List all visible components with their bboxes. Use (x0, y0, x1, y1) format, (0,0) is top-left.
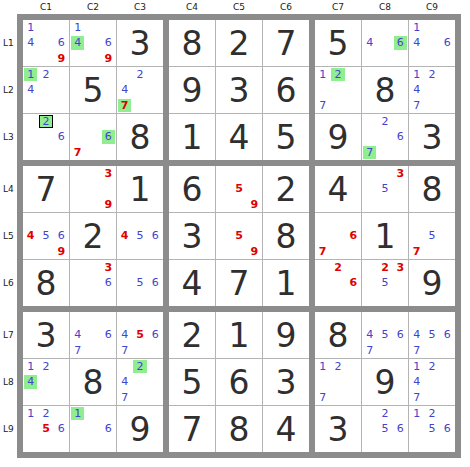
cell-L6C5[interactable]: 7 (216, 260, 262, 306)
box-3-1: 3467456712482471256169 (23, 312, 163, 452)
candidate-1[interactable]: 1 (316, 360, 329, 373)
candidate-5[interactable]: 5 (133, 328, 146, 341)
candidate-grid: 1256 (409, 406, 455, 452)
solved-digit: 1 (362, 213, 408, 259)
candidate-9[interactable]: 9 (55, 245, 68, 258)
solved-digit: 1 (169, 114, 215, 160)
cell-L1C4[interactable]: 8 (169, 20, 215, 66)
cell-L3C6[interactable]: 5 (263, 114, 309, 160)
cell-L3C8[interactable]: 267 (362, 114, 408, 160)
candidate-grid: 59 (216, 166, 262, 212)
cell-L7C9[interactable]: 4567 (409, 312, 455, 358)
cell-L8C2[interactable]: 8 (70, 359, 116, 405)
cell-L8C7[interactable]: 127 (315, 359, 361, 405)
candidate-grid: 456 (117, 213, 163, 259)
candidate-1[interactable]: 1 (410, 21, 423, 34)
candidate-grid: 124 (23, 67, 69, 113)
candidate-grid: 127 (315, 359, 361, 405)
candidate-6[interactable]: 6 (347, 229, 360, 242)
solved-digit: 4 (216, 114, 262, 160)
candidate-4[interactable]: 4 (118, 375, 131, 388)
candidate-9[interactable]: 9 (248, 198, 261, 211)
solved-digit: 8 (117, 114, 163, 160)
solved-digit: 5 (263, 114, 309, 160)
solved-digit: 4 (169, 260, 215, 306)
column-label-C1: C1 (23, 2, 69, 12)
solved-digit: 8 (362, 67, 408, 113)
candidate-6[interactable]: 6 (102, 130, 115, 143)
candidate-grid: 16 (70, 406, 116, 452)
candidate-5[interactable]: 5 (378, 182, 391, 195)
cell-L3C3[interactable]: 8 (117, 114, 163, 160)
candidate-7[interactable]: 7 (410, 99, 423, 112)
candidate-1[interactable]: 1 (71, 407, 84, 420)
box-1-1: 146914693124524726678 (23, 20, 163, 160)
candidate-5[interactable]: 5 (232, 229, 245, 242)
cell-L6C4[interactable]: 4 (169, 260, 215, 306)
candidate-4[interactable]: 4 (24, 83, 37, 96)
candidate-7[interactable]: 7 (363, 146, 376, 159)
candidate-4[interactable]: 4 (410, 36, 423, 49)
cell-L4C9[interactable]: 8 (409, 166, 455, 212)
solved-digit: 6 (169, 166, 215, 212)
cell-L4C7[interactable]: 4 (315, 166, 361, 212)
cell-L3C4[interactable]: 1 (169, 114, 215, 160)
cell-L6C1[interactable]: 8 (23, 260, 69, 306)
solved-digit: 5 (70, 67, 116, 113)
cell-L8C1[interactable]: 124 (23, 359, 69, 405)
row-label-L2: L2 (0, 67, 17, 113)
cell-L6C3[interactable]: 56 (117, 260, 163, 306)
candidate-6[interactable]: 6 (394, 130, 407, 143)
candidate-5[interactable]: 5 (39, 229, 52, 242)
candidate-5[interactable]: 5 (378, 276, 391, 289)
cell-L2C2[interactable]: 5 (70, 67, 116, 113)
candidate-2[interactable]: 2 (378, 407, 391, 420)
cell-L9C3[interactable]: 9 (117, 406, 163, 452)
cell-L2C1[interactable]: 124 (23, 67, 69, 113)
cell-L7C1[interactable]: 3 (23, 312, 69, 358)
cell-L6C6[interactable]: 1 (263, 260, 309, 306)
candidate-grid: 26 (315, 260, 361, 306)
cell-L7C3[interactable]: 4567 (117, 312, 163, 358)
row-label-L5: L5 (0, 213, 17, 259)
solved-digit: 4 (263, 406, 309, 452)
candidate-5[interactable]: 5 (133, 229, 146, 242)
solved-digit: 8 (263, 213, 309, 259)
candidate-4[interactable]: 4 (363, 36, 376, 49)
candidate-grid: 235 (362, 260, 408, 306)
candidate-grid: 247 (117, 67, 163, 113)
candidate-2[interactable]: 2 (378, 115, 391, 128)
solved-digit: 8 (169, 20, 215, 66)
cell-L2C5[interactable]: 3 (216, 67, 262, 113)
solved-digit: 4 (315, 166, 361, 212)
candidate-6[interactable]: 6 (149, 276, 162, 289)
cell-L3C7[interactable]: 9 (315, 114, 361, 160)
column-label-C7: C7 (315, 2, 361, 12)
candidate-7[interactable]: 7 (316, 245, 329, 258)
candidate-grid: 256 (362, 406, 408, 452)
candidate-4[interactable]: 4 (24, 375, 37, 388)
candidate-5[interactable]: 5 (425, 422, 438, 435)
candidate-1[interactable]: 1 (24, 68, 37, 81)
candidate-grid: 46 (362, 20, 408, 66)
cell-L1C3[interactable]: 3 (117, 20, 163, 66)
box-1-2: 827936145 (169, 20, 309, 160)
candidate-1[interactable]: 1 (316, 68, 329, 81)
box-3-2: 219563784 (169, 312, 309, 452)
candidate-grid: 1469 (23, 20, 69, 66)
cell-L6C8[interactable]: 235 (362, 260, 408, 306)
solved-digit: 6 (216, 359, 262, 405)
cell-L1C6[interactable]: 7 (263, 20, 309, 66)
column-label-C6: C6 (263, 2, 309, 12)
solved-digit: 1 (263, 260, 309, 306)
cell-L4C3[interactable]: 1 (117, 166, 163, 212)
cell-L9C1[interactable]: 1256 (23, 406, 69, 452)
cell-L9C9[interactable]: 1256 (409, 406, 455, 452)
candidate-2[interactable]: 2 (39, 407, 52, 420)
cell-L5C5[interactable]: 59 (216, 213, 262, 259)
candidate-4[interactable]: 4 (71, 36, 84, 49)
cell-L5C7[interactable]: 67 (315, 213, 361, 259)
candidate-4[interactable]: 4 (24, 36, 37, 49)
candidate-1[interactable]: 1 (71, 21, 84, 34)
column-label-C8: C8 (362, 2, 408, 12)
candidate-1[interactable]: 1 (24, 21, 37, 34)
candidate-7[interactable]: 7 (410, 391, 423, 404)
candidate-2[interactable]: 2 (331, 261, 344, 274)
solved-digit: 7 (169, 406, 215, 452)
candidate-2[interactable]: 2 (425, 407, 438, 420)
cell-L2C6[interactable]: 6 (263, 67, 309, 113)
candidate-5[interactable]: 5 (133, 276, 146, 289)
candidate-6[interactable]: 6 (347, 276, 360, 289)
solved-digit: 7 (263, 20, 309, 66)
solved-digit: 7 (23, 166, 69, 212)
sudoku-board: 1469146931245247266788279361455461461278… (17, 14, 461, 458)
row-label-L1: L1 (0, 20, 17, 66)
cell-L7C6[interactable]: 9 (263, 312, 309, 358)
candidate-7[interactable]: 7 (118, 344, 131, 357)
cell-L8C3[interactable]: 247 (117, 359, 163, 405)
row-label-L4: L4 (0, 166, 17, 212)
cell-L1C8[interactable]: 46 (362, 20, 408, 66)
box-1-3: 5461461278124792673 (315, 20, 455, 160)
column-labels: C1C2C3C4C5C6C7C8C9 (23, 0, 470, 14)
column-label-C4: C4 (169, 2, 215, 12)
cell-L9C2[interactable]: 16 (70, 406, 116, 452)
column-label-C2: C2 (70, 2, 116, 12)
solved-digit: 8 (23, 260, 69, 306)
candidate-3[interactable]: 3 (102, 167, 115, 180)
cell-L3C5[interactable]: 4 (216, 114, 262, 160)
candidate-grid: 4569 (23, 213, 69, 259)
candidate-grid: 59 (216, 213, 262, 259)
candidate-grid: 26 (23, 114, 69, 160)
cell-L4C6[interactable]: 2 (263, 166, 309, 212)
cell-L9C7[interactable]: 3 (315, 406, 361, 452)
candidate-2[interactable]: 2 (378, 261, 391, 274)
cell-L2C4[interactable]: 9 (169, 67, 215, 113)
candidate-6[interactable]: 6 (394, 328, 407, 341)
cell-L4C2[interactable]: 39 (70, 166, 116, 212)
solved-digit: 3 (409, 114, 455, 160)
candidate-1[interactable]: 1 (24, 407, 37, 420)
cell-L5C1[interactable]: 4569 (23, 213, 69, 259)
box-3-3: 8456745671279124732561256 (315, 312, 455, 452)
solved-digit: 3 (263, 359, 309, 405)
candidate-1[interactable]: 1 (410, 68, 423, 81)
cell-L3C1[interactable]: 26 (23, 114, 69, 160)
row-label-L7: L7 (0, 312, 17, 358)
cell-L2C8[interactable]: 8 (362, 67, 408, 113)
solved-digit: 3 (117, 20, 163, 66)
column-label-C3: C3 (117, 2, 163, 12)
cell-L5C9[interactable]: 57 (409, 213, 455, 259)
cell-L8C6[interactable]: 3 (263, 359, 309, 405)
candidate-2[interactable]: 2 (39, 115, 52, 128)
box-2-1: 73914569245683656 (23, 166, 163, 306)
solved-digit: 5 (169, 359, 215, 405)
candidate-grid: 247 (117, 359, 163, 405)
candidate-2[interactable]: 2 (133, 68, 146, 81)
candidate-grid: 1256 (23, 406, 69, 452)
solved-digit: 3 (169, 213, 215, 259)
solved-digit: 2 (216, 20, 262, 66)
cell-L1C5[interactable]: 2 (216, 20, 262, 66)
candidate-2[interactable]: 2 (331, 68, 344, 81)
candidate-grid: 1247 (409, 359, 455, 405)
solved-digit: 3 (23, 312, 69, 358)
solved-digit: 9 (362, 359, 408, 405)
row-labels: L1L2L3L4L5L6L7L8L9 (0, 14, 17, 458)
cell-L8C9[interactable]: 1247 (409, 359, 455, 405)
solved-digit: 8 (409, 166, 455, 212)
cell-L8C4[interactable]: 5 (169, 359, 215, 405)
candidate-grid: 1469 (70, 20, 116, 66)
candidate-grid: 39 (70, 166, 116, 212)
candidate-5[interactable]: 5 (425, 328, 438, 341)
candidate-grid: 36 (70, 260, 116, 306)
solved-digit: 1 (117, 166, 163, 212)
candidate-grid: 67 (70, 114, 116, 160)
cell-L9C8[interactable]: 256 (362, 406, 408, 452)
candidate-3[interactable]: 3 (394, 167, 407, 180)
candidate-6[interactable]: 6 (102, 276, 115, 289)
candidate-grid: 57 (409, 213, 455, 259)
solved-digit: 8 (70, 359, 116, 405)
candidate-grid: 467 (70, 312, 116, 358)
candidate-4[interactable]: 4 (118, 229, 131, 242)
solved-digit: 5 (315, 20, 361, 66)
cell-L7C4[interactable]: 2 (169, 312, 215, 358)
candidate-6[interactable]: 6 (55, 130, 68, 143)
candidate-5[interactable]: 5 (378, 422, 391, 435)
sudoku-window: C1C2C3C4C5C6C7C8C9 L1L2L3L4L5L6L7L8L9 14… (0, 0, 470, 467)
row-label-L3: L3 (0, 114, 17, 160)
cell-L8C5[interactable]: 6 (216, 359, 262, 405)
candidate-1[interactable]: 1 (410, 407, 423, 420)
solved-digit: 2 (169, 312, 215, 358)
candidate-grid: 4567 (117, 312, 163, 358)
cell-L5C8[interactable]: 1 (362, 213, 408, 259)
box-2-3: 435867157262359 (315, 166, 455, 306)
cell-L5C3[interactable]: 456 (117, 213, 163, 259)
candidate-4[interactable]: 4 (118, 328, 131, 341)
cell-L4C5[interactable]: 59 (216, 166, 262, 212)
solved-digit: 9 (117, 406, 163, 452)
candidate-4[interactable]: 4 (24, 229, 37, 242)
row-label-L6: L6 (0, 260, 17, 306)
solved-digit: 9 (315, 114, 361, 160)
candidate-grid: 1247 (409, 67, 455, 113)
candidate-9[interactable]: 9 (102, 198, 115, 211)
candidate-grid: 4567 (409, 312, 455, 358)
candidate-5[interactable]: 5 (232, 182, 245, 195)
cell-L9C4[interactable]: 7 (169, 406, 215, 452)
cell-L1C7[interactable]: 5 (315, 20, 361, 66)
candidate-2[interactable]: 2 (425, 360, 438, 373)
solved-digit: 9 (169, 67, 215, 113)
cell-L5C4[interactable]: 3 (169, 213, 215, 259)
cell-L6C7[interactable]: 26 (315, 260, 361, 306)
row-label-L8: L8 (0, 359, 17, 405)
candidate-grid: 127 (315, 67, 361, 113)
cell-L4C4[interactable]: 6 (169, 166, 215, 212)
solved-digit: 9 (263, 312, 309, 358)
candidate-6[interactable]: 6 (441, 422, 454, 435)
candidate-7[interactable]: 7 (363, 344, 376, 357)
candidate-4[interactable]: 4 (363, 328, 376, 341)
candidate-7[interactable]: 7 (410, 245, 423, 258)
candidate-5[interactable]: 5 (425, 229, 438, 242)
candidate-1[interactable]: 1 (24, 360, 37, 373)
cell-L4C1[interactable]: 7 (23, 166, 69, 212)
candidate-7[interactable]: 7 (71, 344, 84, 357)
candidate-grid: 124 (23, 359, 69, 405)
candidate-grid: 35 (362, 166, 408, 212)
candidate-2[interactable]: 2 (39, 360, 52, 373)
candidate-6[interactable]: 6 (102, 36, 115, 49)
cell-L9C6[interactable]: 4 (263, 406, 309, 452)
candidate-9[interactable]: 9 (55, 52, 68, 65)
candidate-grid: 67 (315, 213, 361, 259)
solved-digit: 2 (263, 166, 309, 212)
row-label-L9: L9 (0, 406, 17, 452)
candidate-6[interactable]: 6 (55, 229, 68, 242)
candidate-grid: 56 (117, 260, 163, 306)
candidate-grid: 146 (409, 20, 455, 66)
candidate-6[interactable]: 6 (441, 36, 454, 49)
candidate-2[interactable]: 2 (331, 360, 344, 373)
cell-L7C5[interactable]: 1 (216, 312, 262, 358)
candidate-9[interactable]: 9 (102, 52, 115, 65)
cell-L2C9[interactable]: 1247 (409, 67, 455, 113)
cell-L5C2[interactable]: 2 (70, 213, 116, 259)
candidate-7[interactable]: 7 (316, 391, 329, 404)
candidate-4[interactable]: 4 (410, 375, 423, 388)
candidate-6[interactable]: 6 (149, 229, 162, 242)
candidate-3[interactable]: 3 (102, 261, 115, 274)
cell-L1C9[interactable]: 146 (409, 20, 455, 66)
cell-L7C8[interactable]: 4567 (362, 312, 408, 358)
cell-L6C2[interactable]: 36 (70, 260, 116, 306)
column-label-C5: C5 (216, 2, 262, 12)
cell-L4C8[interactable]: 35 (362, 166, 408, 212)
solved-digit: 3 (315, 406, 361, 452)
candidate-2[interactable]: 2 (39, 68, 52, 81)
solved-digit: 2 (70, 213, 116, 259)
candidate-1[interactable]: 1 (410, 360, 423, 373)
cell-L7C2[interactable]: 467 (70, 312, 116, 358)
candidate-7[interactable]: 7 (118, 99, 131, 112)
cell-L5C6[interactable]: 8 (263, 213, 309, 259)
column-label-C9: C9 (409, 2, 455, 12)
candidate-2[interactable]: 2 (133, 360, 146, 373)
candidate-6[interactable]: 6 (102, 328, 115, 341)
cell-L7C7[interactable]: 8 (315, 312, 361, 358)
candidate-6[interactable]: 6 (394, 36, 407, 49)
candidate-5[interactable]: 5 (39, 422, 52, 435)
solved-digit: 8 (315, 312, 361, 358)
cell-L6C9[interactable]: 9 (409, 260, 455, 306)
solved-digit: 8 (216, 406, 262, 452)
candidate-7[interactable]: 7 (71, 146, 84, 159)
candidate-grid: 4567 (362, 312, 408, 358)
candidate-4[interactable]: 4 (410, 83, 423, 96)
candidate-grid: 267 (362, 114, 408, 160)
cell-L8C8[interactable]: 9 (362, 359, 408, 405)
solved-digit: 3 (216, 67, 262, 113)
candidate-6[interactable]: 6 (55, 422, 68, 435)
candidate-7[interactable]: 7 (410, 344, 423, 357)
cell-L3C9[interactable]: 3 (409, 114, 455, 160)
candidate-7[interactable]: 7 (316, 99, 329, 112)
candidate-3[interactable]: 3 (394, 261, 407, 274)
candidate-6[interactable]: 6 (441, 328, 454, 341)
candidate-5[interactable]: 5 (378, 328, 391, 341)
cell-L2C3[interactable]: 247 (117, 67, 163, 113)
solved-digit: 1 (216, 312, 262, 358)
cell-L2C7[interactable]: 127 (315, 67, 361, 113)
candidate-4[interactable]: 4 (118, 83, 131, 96)
candidate-6[interactable]: 6 (149, 328, 162, 341)
solved-digit: 6 (263, 67, 309, 113)
cell-L9C5[interactable]: 8 (216, 406, 262, 452)
solved-digit: 7 (216, 260, 262, 306)
candidate-6[interactable]: 6 (102, 422, 115, 435)
solved-digit: 9 (409, 260, 455, 306)
candidate-9[interactable]: 9 (248, 245, 261, 258)
box-2-2: 65923598471 (169, 166, 309, 306)
candidate-4[interactable]: 4 (71, 328, 84, 341)
board-area: L1L2L3L4L5L6L7L8L9 146914693124524726678… (0, 14, 470, 458)
cell-L3C2[interactable]: 67 (70, 114, 116, 160)
candidate-4[interactable]: 4 (410, 328, 423, 341)
cell-L1C1[interactable]: 1469 (23, 20, 69, 66)
candidate-6[interactable]: 6 (394, 422, 407, 435)
candidate-6[interactable]: 6 (55, 36, 68, 49)
candidate-7[interactable]: 7 (118, 391, 131, 404)
candidate-2[interactable]: 2 (425, 68, 438, 81)
cell-L1C2[interactable]: 1469 (70, 20, 116, 66)
